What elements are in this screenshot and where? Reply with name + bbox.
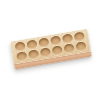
pit-top-5[interactable] [62,33,74,44]
pit-top-4[interactable] [50,35,62,46]
pit-top-6[interactable] [74,31,86,42]
pit-bottom-3[interactable] [39,47,51,58]
pit-bottom-1[interactable] [16,51,28,62]
pit-bottom-6[interactable] [75,41,87,52]
photo-background [0,0,100,100]
pit-bottom-5[interactable] [63,43,75,54]
mancala-board [10,29,92,69]
pit-bottom-2[interactable] [28,49,40,60]
pit-top-3[interactable] [38,37,50,48]
pit-bottom-4[interactable] [51,45,63,56]
pit-top-1[interactable] [14,41,26,52]
pit-top-2[interactable] [26,39,38,50]
